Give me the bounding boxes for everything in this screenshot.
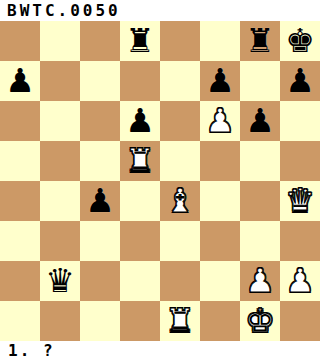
square-g1[interactable]: ♚: [240, 301, 280, 341]
white-pawn: ♟: [245, 264, 275, 297]
square-c3[interactable]: [80, 221, 120, 261]
square-b1[interactable]: [40, 301, 80, 341]
square-a7[interactable]: ♟: [0, 61, 40, 101]
black-pawn: ♟: [85, 184, 115, 217]
square-a4[interactable]: [0, 181, 40, 221]
square-f2[interactable]: [200, 261, 240, 301]
white-king: ♚: [245, 304, 275, 337]
chess-puzzle-app: BWTC.0050 ♜♜♚♟♟♟♟♟♟♜♟♝♛♛♟♟♜♚ 1. ?: [0, 0, 320, 360]
white-pawn: ♟: [205, 104, 235, 137]
square-c8[interactable]: [80, 21, 120, 61]
square-e3[interactable]: [160, 221, 200, 261]
square-a6[interactable]: [0, 101, 40, 141]
square-c7[interactable]: [80, 61, 120, 101]
square-g7[interactable]: [240, 61, 280, 101]
square-c1[interactable]: [80, 301, 120, 341]
square-d1[interactable]: [120, 301, 160, 341]
square-b8[interactable]: [40, 21, 80, 61]
square-h8[interactable]: ♚: [280, 21, 320, 61]
black-pawn: ♟: [245, 104, 275, 137]
square-d3[interactable]: [120, 221, 160, 261]
square-h4[interactable]: ♛: [280, 181, 320, 221]
square-e8[interactable]: [160, 21, 200, 61]
puzzle-id-label: BWTC.0050: [7, 1, 121, 20]
square-b6[interactable]: [40, 101, 80, 141]
square-d6[interactable]: ♟: [120, 101, 160, 141]
square-c4[interactable]: ♟: [80, 181, 120, 221]
move-prompt: 1. ?: [8, 341, 55, 360]
black-rook: ♜: [245, 24, 275, 57]
square-a8[interactable]: [0, 21, 40, 61]
square-e4[interactable]: ♝: [160, 181, 200, 221]
black-rook: ♜: [125, 24, 155, 57]
square-a2[interactable]: [0, 261, 40, 301]
square-e1[interactable]: ♜: [160, 301, 200, 341]
white-bishop: ♝: [165, 184, 195, 217]
black-queen: ♛: [45, 264, 75, 297]
square-c6[interactable]: [80, 101, 120, 141]
square-b3[interactable]: [40, 221, 80, 261]
square-h7[interactable]: ♟: [280, 61, 320, 101]
square-h1[interactable]: [280, 301, 320, 341]
square-f5[interactable]: [200, 141, 240, 181]
square-f3[interactable]: [200, 221, 240, 261]
black-pawn: ♟: [285, 64, 315, 97]
black-pawn: ♟: [125, 104, 155, 137]
square-e7[interactable]: [160, 61, 200, 101]
square-d7[interactable]: [120, 61, 160, 101]
square-a3[interactable]: [0, 221, 40, 261]
black-king: ♚: [285, 24, 315, 57]
square-f8[interactable]: [200, 21, 240, 61]
square-e6[interactable]: [160, 101, 200, 141]
square-c2[interactable]: [80, 261, 120, 301]
square-f7[interactable]: ♟: [200, 61, 240, 101]
square-c5[interactable]: [80, 141, 120, 181]
white-rook: ♜: [165, 304, 195, 337]
white-queen: ♛: [285, 184, 315, 217]
white-rook: ♜: [125, 144, 155, 177]
square-e5[interactable]: [160, 141, 200, 181]
square-a5[interactable]: [0, 141, 40, 181]
square-d4[interactable]: [120, 181, 160, 221]
square-g6[interactable]: ♟: [240, 101, 280, 141]
square-g8[interactable]: ♜: [240, 21, 280, 61]
square-d5[interactable]: ♜: [120, 141, 160, 181]
square-a1[interactable]: [0, 301, 40, 341]
square-h2[interactable]: ♟: [280, 261, 320, 301]
white-pawn: ♟: [285, 264, 315, 297]
square-h3[interactable]: [280, 221, 320, 261]
square-b2[interactable]: ♛: [40, 261, 80, 301]
square-d8[interactable]: ♜: [120, 21, 160, 61]
square-d2[interactable]: [120, 261, 160, 301]
square-h5[interactable]: [280, 141, 320, 181]
chess-board: ♜♜♚♟♟♟♟♟♟♜♟♝♛♛♟♟♜♚: [0, 21, 320, 341]
square-e2[interactable]: [160, 261, 200, 301]
black-pawn: ♟: [5, 64, 35, 97]
square-b7[interactable]: [40, 61, 80, 101]
square-b4[interactable]: [40, 181, 80, 221]
square-g4[interactable]: [240, 181, 280, 221]
black-pawn: ♟: [205, 64, 235, 97]
square-f6[interactable]: ♟: [200, 101, 240, 141]
square-g5[interactable]: [240, 141, 280, 181]
square-g2[interactable]: ♟: [240, 261, 280, 301]
square-f4[interactable]: [200, 181, 240, 221]
square-b5[interactable]: [40, 141, 80, 181]
square-f1[interactable]: [200, 301, 240, 341]
square-h6[interactable]: [280, 101, 320, 141]
square-g3[interactable]: [240, 221, 280, 261]
